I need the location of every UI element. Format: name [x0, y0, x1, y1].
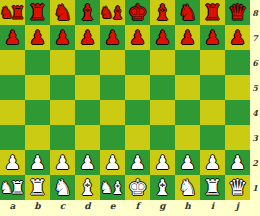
- square-i7[interactable]: ♟: [200, 25, 225, 50]
- rank-label-text: 3: [252, 132, 258, 144]
- square-b4[interactable]: [25, 100, 50, 125]
- square-e6[interactable]: [100, 50, 125, 75]
- square-i4[interactable]: [200, 100, 225, 125]
- piece-red-knight: ♞: [175, 0, 200, 25]
- square-a3[interactable]: [0, 125, 25, 150]
- square-d6[interactable]: [75, 50, 100, 75]
- piece-white-pawn: ♟: [150, 150, 175, 175]
- pawn-glyph: ♟: [175, 25, 200, 50]
- square-f5[interactable]: [125, 75, 150, 100]
- square-c5[interactable]: [50, 75, 75, 100]
- archbishop-main-glyph: ♝: [105, 176, 130, 201]
- piece-red-knight: ♞: [50, 0, 75, 25]
- pawn-glyph: ♟: [0, 150, 25, 175]
- square-d3[interactable]: [75, 125, 100, 150]
- board-grid: ♞♜♜♞♝♞♝♚♝♞♜♛8♟♟♟♟♟♟♟♟♟♟76543♟♟♟♟♟♟♟♟♟♟2♞…: [0, 0, 260, 216]
- square-h8[interactable]: ♞: [175, 0, 200, 25]
- board-corner: [250, 200, 260, 216]
- rank-label-text: 5: [252, 82, 258, 94]
- square-e3[interactable]: [100, 125, 125, 150]
- file-label-text: f: [136, 200, 140, 212]
- rank-label-text: 8: [252, 7, 258, 19]
- bishop-glyph: ♝: [150, 0, 175, 25]
- piece-red-pawn: ♟: [25, 25, 50, 50]
- piece-white-pawn: ♟: [200, 150, 225, 175]
- square-g1[interactable]: ♝: [150, 175, 175, 200]
- square-e8[interactable]: ♞♝: [100, 0, 125, 25]
- piece-white-queen: ♛: [225, 175, 250, 200]
- pawn-glyph: ♟: [175, 150, 200, 175]
- square-c2[interactable]: ♟: [50, 150, 75, 175]
- square-h3[interactable]: [175, 125, 200, 150]
- rank-label-text: 7: [252, 32, 258, 44]
- pawn-glyph: ♟: [125, 25, 150, 50]
- piece-white-archbishop: ♞♝: [100, 175, 125, 200]
- square-b3[interactable]: [25, 125, 50, 150]
- square-e1[interactable]: ♞♝: [100, 175, 125, 200]
- square-d2[interactable]: ♟: [75, 150, 100, 175]
- pawn-glyph: ♟: [200, 25, 225, 50]
- knight-glyph: ♞: [50, 175, 75, 200]
- archbishop-main-glyph: ♝: [105, 1, 130, 26]
- square-d7[interactable]: ♟: [75, 25, 100, 50]
- square-c3[interactable]: [50, 125, 75, 150]
- rank-label-8: 8: [250, 0, 260, 25]
- piece-white-bishop: ♝: [150, 175, 175, 200]
- rook-glyph: ♜: [200, 0, 225, 25]
- knight-glyph: ♞: [175, 175, 200, 200]
- rank-label-text: 2: [252, 157, 258, 169]
- piece-white-pawn: ♟: [100, 150, 125, 175]
- rank-label-text: 4: [252, 107, 258, 119]
- chess-variant-board: ♞♜♜♞♝♞♝♚♝♞♜♛8♟♟♟♟♟♟♟♟♟♟76543♟♟♟♟♟♟♟♟♟♟2♞…: [0, 0, 260, 216]
- pawn-glyph: ♟: [50, 25, 75, 50]
- square-e7[interactable]: ♟: [100, 25, 125, 50]
- piece-red-pawn: ♟: [75, 25, 100, 50]
- square-b2[interactable]: ♟: [25, 150, 50, 175]
- file-label-i: i: [200, 200, 225, 216]
- pawn-glyph: ♟: [100, 150, 125, 175]
- piece-red-bishop: ♝: [150, 0, 175, 25]
- square-a6[interactable]: [0, 50, 25, 75]
- square-g6[interactable]: [150, 50, 175, 75]
- pawn-glyph: ♟: [0, 25, 25, 50]
- file-label-text: i: [211, 200, 214, 212]
- square-b6[interactable]: [25, 50, 50, 75]
- square-h5[interactable]: [175, 75, 200, 100]
- piece-red-pawn: ♟: [225, 25, 250, 50]
- rank-label-3: 3: [250, 125, 260, 150]
- square-h1[interactable]: ♞: [175, 175, 200, 200]
- piece-white-pawn: ♟: [0, 150, 25, 175]
- square-h6[interactable]: [175, 50, 200, 75]
- square-c4[interactable]: [50, 100, 75, 125]
- pawn-glyph: ♟: [125, 150, 150, 175]
- piece-white-pawn: ♟: [175, 150, 200, 175]
- file-label-b: b: [25, 200, 50, 216]
- pawn-glyph: ♟: [100, 25, 125, 50]
- pawn-glyph: ♟: [200, 150, 225, 175]
- square-c8[interactable]: ♞: [50, 0, 75, 25]
- file-label-text: c: [60, 200, 65, 212]
- file-label-text: d: [84, 200, 90, 212]
- piece-white-pawn: ♟: [125, 150, 150, 175]
- piece-white-pawn: ♟: [225, 150, 250, 175]
- square-j7[interactable]: ♟: [225, 25, 250, 50]
- rank-label-7: 7: [250, 25, 260, 50]
- pawn-glyph: ♟: [225, 150, 250, 175]
- file-label-text: h: [184, 200, 191, 212]
- rook-glyph: ♜: [200, 175, 225, 200]
- square-c7[interactable]: ♟: [50, 25, 75, 50]
- bishop-glyph: ♝: [150, 175, 175, 200]
- rank-label-text: 6: [252, 57, 258, 69]
- square-f3[interactable]: [125, 125, 150, 150]
- pawn-glyph: ♟: [75, 25, 100, 50]
- square-f7[interactable]: ♟: [125, 25, 150, 50]
- square-j2[interactable]: ♟: [225, 150, 250, 175]
- square-e4[interactable]: [100, 100, 125, 125]
- square-b5[interactable]: [25, 75, 50, 100]
- square-h2[interactable]: ♟: [175, 150, 200, 175]
- queen-glyph: ♛: [225, 175, 250, 200]
- square-c6[interactable]: [50, 50, 75, 75]
- square-e5[interactable]: [100, 75, 125, 100]
- piece-red-pawn: ♟: [0, 25, 25, 50]
- file-label-j: j: [225, 200, 250, 216]
- square-g2[interactable]: ♟: [150, 150, 175, 175]
- piece-red-rook: ♜: [200, 0, 225, 25]
- square-f6[interactable]: [125, 50, 150, 75]
- square-a8[interactable]: ♞♜: [0, 0, 25, 25]
- piece-white-rook: ♜: [200, 175, 225, 200]
- square-a7[interactable]: ♟: [0, 25, 25, 50]
- file-label-h: h: [175, 200, 200, 216]
- pawn-glyph: ♟: [25, 25, 50, 50]
- piece-red-pawn: ♟: [175, 25, 200, 50]
- file-label-text: j: [236, 200, 239, 212]
- chancellor-main-glyph: ♜: [5, 176, 30, 201]
- square-g7[interactable]: ♟: [150, 25, 175, 50]
- pawn-glyph: ♟: [225, 25, 250, 50]
- square-a1[interactable]: ♞♜: [0, 175, 25, 200]
- piece-red-chancellor: ♞♜: [0, 0, 25, 25]
- square-f2[interactable]: ♟: [125, 150, 150, 175]
- pawn-glyph: ♟: [150, 25, 175, 50]
- square-a2[interactable]: ♟: [0, 150, 25, 175]
- square-d5[interactable]: [75, 75, 100, 100]
- square-j4[interactable]: [225, 100, 250, 125]
- file-label-text: b: [34, 200, 40, 212]
- file-label-text: g: [159, 200, 165, 212]
- rank-label-1: 1: [250, 175, 260, 200]
- knight-glyph: ♞: [175, 0, 200, 25]
- square-j3[interactable]: [225, 125, 250, 150]
- square-i1[interactable]: ♜: [200, 175, 225, 200]
- pawn-glyph: ♟: [25, 150, 50, 175]
- square-g4[interactable]: [150, 100, 175, 125]
- file-label-f: f: [125, 200, 150, 216]
- square-j5[interactable]: [225, 75, 250, 100]
- square-f4[interactable]: [125, 100, 150, 125]
- pawn-glyph: ♟: [150, 150, 175, 175]
- rank-label-6: 6: [250, 50, 260, 75]
- square-a4[interactable]: [0, 100, 25, 125]
- piece-red-pawn: ♟: [200, 25, 225, 50]
- piece-white-knight: ♞: [175, 175, 200, 200]
- chancellor-main-glyph: ♜: [5, 1, 30, 26]
- square-d4[interactable]: [75, 100, 100, 125]
- square-j8[interactable]: ♛: [225, 0, 250, 25]
- pawn-glyph: ♟: [50, 150, 75, 175]
- rank-label-2: 2: [250, 150, 260, 175]
- square-g8[interactable]: ♝: [150, 0, 175, 25]
- piece-white-pawn: ♟: [50, 150, 75, 175]
- square-g5[interactable]: [150, 75, 175, 100]
- square-i2[interactable]: ♟: [200, 150, 225, 175]
- square-i6[interactable]: [200, 50, 225, 75]
- square-j1[interactable]: ♛: [225, 175, 250, 200]
- pawn-glyph: ♟: [75, 150, 100, 175]
- square-g3[interactable]: [150, 125, 175, 150]
- piece-red-pawn: ♟: [50, 25, 75, 50]
- square-h4[interactable]: [175, 100, 200, 125]
- square-h7[interactable]: ♟: [175, 25, 200, 50]
- piece-red-pawn: ♟: [100, 25, 125, 50]
- piece-red-pawn: ♟: [125, 25, 150, 50]
- square-c1[interactable]: ♞: [50, 175, 75, 200]
- square-e2[interactable]: ♟: [100, 150, 125, 175]
- square-a5[interactable]: [0, 75, 25, 100]
- square-b7[interactable]: ♟: [25, 25, 50, 50]
- rank-label-5: 5: [250, 75, 260, 100]
- square-i5[interactable]: [200, 75, 225, 100]
- piece-white-pawn: ♟: [75, 150, 100, 175]
- piece-white-knight: ♞: [50, 175, 75, 200]
- file-label-c: c: [50, 200, 75, 216]
- rank-label-4: 4: [250, 100, 260, 125]
- queen-glyph: ♛: [225, 0, 250, 25]
- piece-red-archbishop: ♞♝: [100, 0, 125, 25]
- knight-glyph: ♞: [50, 0, 75, 25]
- piece-red-pawn: ♟: [150, 25, 175, 50]
- rank-label-text: 1: [252, 182, 258, 194]
- piece-red-queen: ♛: [225, 0, 250, 25]
- file-label-g: g: [150, 200, 175, 216]
- square-i3[interactable]: [200, 125, 225, 150]
- square-j6[interactable]: [225, 50, 250, 75]
- piece-white-chancellor: ♞♜: [0, 175, 25, 200]
- square-i8[interactable]: ♜: [200, 0, 225, 25]
- piece-white-pawn: ♟: [25, 150, 50, 175]
